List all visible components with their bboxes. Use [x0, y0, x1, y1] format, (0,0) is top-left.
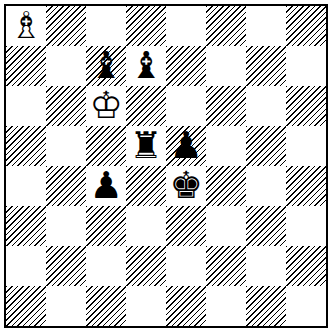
- square-d2[interactable]: [126, 246, 166, 286]
- square-a7[interactable]: [6, 46, 46, 86]
- square-e1[interactable]: [166, 286, 206, 326]
- square-b5[interactable]: [46, 126, 86, 166]
- square-c5[interactable]: [86, 126, 126, 166]
- square-g1[interactable]: [246, 286, 286, 326]
- white-king: ♔: [86, 86, 126, 126]
- square-f6[interactable]: [206, 86, 246, 126]
- square-c6[interactable]: ♔: [86, 86, 126, 126]
- square-b8[interactable]: [46, 6, 86, 46]
- square-f3[interactable]: [206, 206, 246, 246]
- square-a2[interactable]: [6, 246, 46, 286]
- square-f7[interactable]: [206, 46, 246, 86]
- square-h1[interactable]: [286, 286, 326, 326]
- square-d1[interactable]: [126, 286, 166, 326]
- chess-diagram-page: ♗♝♝♔♜♟♟♚: [0, 0, 332, 332]
- square-b1[interactable]: [46, 286, 86, 326]
- square-a4[interactable]: [6, 166, 46, 206]
- square-h5[interactable]: [286, 126, 326, 166]
- white-bishop: ♗: [6, 6, 46, 46]
- square-d4[interactable]: [126, 166, 166, 206]
- square-f8[interactable]: [206, 6, 246, 46]
- square-e6[interactable]: [166, 86, 206, 126]
- square-d3[interactable]: [126, 206, 166, 246]
- square-e2[interactable]: [166, 246, 206, 286]
- chess-board: ♗♝♝♔♜♟♟♚: [6, 6, 326, 326]
- square-g7[interactable]: [246, 46, 286, 86]
- square-a6[interactable]: [6, 86, 46, 126]
- square-g4[interactable]: [246, 166, 286, 206]
- square-b3[interactable]: [46, 206, 86, 246]
- square-g8[interactable]: [246, 6, 286, 46]
- square-b4[interactable]: [46, 166, 86, 206]
- square-d5[interactable]: ♜: [126, 126, 166, 166]
- square-b7[interactable]: [46, 46, 86, 86]
- square-a1[interactable]: [6, 286, 46, 326]
- square-g3[interactable]: [246, 206, 286, 246]
- black-rook: ♜: [126, 126, 166, 166]
- square-f1[interactable]: [206, 286, 246, 326]
- square-h2[interactable]: [286, 246, 326, 286]
- square-e8[interactable]: [166, 6, 206, 46]
- square-d6[interactable]: [126, 86, 166, 126]
- square-a8[interactable]: ♗: [6, 6, 46, 46]
- square-h8[interactable]: [286, 6, 326, 46]
- square-g2[interactable]: [246, 246, 286, 286]
- square-h4[interactable]: [286, 166, 326, 206]
- square-f5[interactable]: [206, 126, 246, 166]
- square-c4[interactable]: ♟: [86, 166, 126, 206]
- square-c7[interactable]: ♝: [86, 46, 126, 86]
- square-d7[interactable]: ♝: [126, 46, 166, 86]
- black-pawn: ♟: [86, 166, 126, 206]
- square-e4[interactable]: ♚: [166, 166, 206, 206]
- square-h7[interactable]: [286, 46, 326, 86]
- black-pawn: ♟: [166, 126, 206, 166]
- square-b6[interactable]: [46, 86, 86, 126]
- board-frame: ♗♝♝♔♜♟♟♚: [4, 4, 328, 328]
- square-c3[interactable]: [86, 206, 126, 246]
- square-h3[interactable]: [286, 206, 326, 246]
- square-c1[interactable]: [86, 286, 126, 326]
- square-h6[interactable]: [286, 86, 326, 126]
- square-f2[interactable]: [206, 246, 246, 286]
- black-bishop: ♝: [126, 46, 166, 86]
- square-g6[interactable]: [246, 86, 286, 126]
- square-d8[interactable]: [126, 6, 166, 46]
- square-a5[interactable]: [6, 126, 46, 166]
- black-king: ♚: [166, 166, 206, 206]
- black-bishop: ♝: [86, 46, 126, 86]
- square-g5[interactable]: [246, 126, 286, 166]
- square-e5[interactable]: ♟: [166, 126, 206, 166]
- square-f4[interactable]: [206, 166, 246, 206]
- square-c8[interactable]: [86, 6, 126, 46]
- square-b2[interactable]: [46, 246, 86, 286]
- square-c2[interactable]: [86, 246, 126, 286]
- square-e7[interactable]: [166, 46, 206, 86]
- square-e3[interactable]: [166, 206, 206, 246]
- square-a3[interactable]: [6, 206, 46, 246]
